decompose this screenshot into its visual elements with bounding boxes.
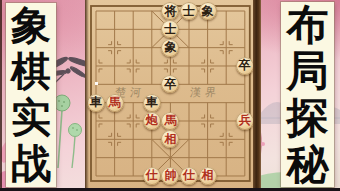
app-window: 象 棋 实 战 布 局 探 秘 楚河 漢界 将士象士象卒卒車車馬炮馬兵相仕帥仕相 xyxy=(0,0,340,191)
title-char: 秘 xyxy=(287,143,329,185)
title-banner-left: 象 棋 实 战 xyxy=(6,3,56,187)
piece-red-soldier[interactable]: 兵 xyxy=(236,112,254,130)
edge-marker-dot xyxy=(95,82,98,85)
title-banner-right: 布 局 探 秘 xyxy=(281,2,334,187)
piece-black-advisor[interactable]: 士 xyxy=(180,2,198,20)
piece-black-chariot[interactable]: 車 xyxy=(143,94,161,112)
piece-red-horse[interactable]: 馬 xyxy=(106,94,124,112)
screen-bottom-bar xyxy=(0,188,340,191)
board-frame-right xyxy=(253,0,261,191)
piece-black-soldier[interactable]: 卒 xyxy=(236,57,254,75)
xiangqi-board[interactable]: 楚河 漢界 将士象士象卒卒車車馬炮馬兵相仕帥仕相 xyxy=(85,0,261,191)
title-char: 探 xyxy=(287,97,329,139)
title-char: 局 xyxy=(287,50,329,92)
river-label-han: 漢界 xyxy=(189,85,220,100)
piece-red-advisor[interactable]: 仕 xyxy=(143,167,161,185)
title-char: 棋 xyxy=(11,52,51,92)
piece-black-elephant[interactable]: 象 xyxy=(161,39,179,57)
screen-left-edge xyxy=(0,0,2,191)
piece-red-cannon[interactable]: 炮 xyxy=(143,112,161,130)
title-char: 布 xyxy=(287,4,329,46)
board-frame-left xyxy=(85,0,89,191)
piece-black-chariot[interactable]: 車 xyxy=(87,94,105,112)
title-char: 战 xyxy=(11,144,51,184)
piece-black-elephant[interactable]: 象 xyxy=(199,2,217,20)
piece-red-advisor[interactable]: 仕 xyxy=(180,167,198,185)
title-char: 实 xyxy=(11,98,51,138)
piece-red-elephant[interactable]: 相 xyxy=(199,167,217,185)
title-char: 象 xyxy=(11,6,51,46)
